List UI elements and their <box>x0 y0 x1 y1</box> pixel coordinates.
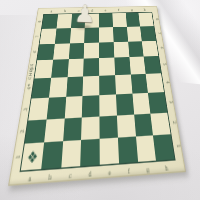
square-e5 <box>99 58 115 76</box>
square-e6 <box>99 42 114 59</box>
square-e4 <box>99 75 116 95</box>
square-d4 <box>83 76 100 96</box>
coord-left-5: 5 <box>29 68 34 71</box>
coord-left-2: 2 <box>19 130 24 134</box>
square-b3 <box>46 97 65 119</box>
coord-top-h: h <box>143 7 146 10</box>
square-f2 <box>117 114 136 138</box>
square-h2 <box>151 112 171 135</box>
coord-top-a: a <box>50 9 53 12</box>
square-f8 <box>112 13 126 27</box>
photo-scene: ❖ ✦ CHESS aa88bb77cc66dd55ee44ff33gg22hh… <box>0 0 200 200</box>
coord-left-4: 4 <box>26 87 31 90</box>
square-f6 <box>113 41 129 57</box>
coord-bottom-h: h <box>164 164 168 171</box>
square-h8 <box>139 13 154 27</box>
square-b2 <box>44 118 64 143</box>
square-c2 <box>63 117 82 142</box>
square-e3 <box>99 94 116 116</box>
coord-left-7: 7 <box>35 35 39 38</box>
coord-right-8: 8 <box>154 18 158 20</box>
coord-top-f: f <box>118 8 119 11</box>
coord-right-2: 2 <box>171 121 176 125</box>
coord-bottom-c: c <box>69 171 72 178</box>
square-c3 <box>64 96 82 118</box>
square-f4 <box>115 75 132 95</box>
chessboard: ❖ ✦ CHESS aa88bb77cc66dd55ee44ff33gg22hh… <box>8 6 186 186</box>
square-h7 <box>140 26 156 41</box>
square-d5 <box>83 58 99 76</box>
square-b1 <box>41 141 63 169</box>
coord-bottom-b: b <box>48 172 52 179</box>
square-b6 <box>53 43 70 60</box>
corner-emblem-icon: ❖ <box>21 142 43 171</box>
coord-right-4: 4 <box>165 81 169 84</box>
coord-left-6: 6 <box>32 51 36 54</box>
square-c6 <box>68 43 84 60</box>
square-b5 <box>51 59 69 77</box>
coord-bottom-e: e <box>108 168 111 175</box>
coord-right-5: 5 <box>162 63 166 66</box>
square-d1 <box>80 139 99 166</box>
square-c4 <box>66 76 83 96</box>
square-d3 <box>82 95 99 117</box>
coord-left-3: 3 <box>22 107 27 111</box>
play-area <box>20 12 176 172</box>
square-f7 <box>113 27 128 42</box>
square-f3 <box>116 93 134 115</box>
square-d7 <box>84 27 99 42</box>
square-h5 <box>144 56 161 74</box>
square-f1 <box>118 137 138 164</box>
square-c1 <box>61 140 81 167</box>
square-e7 <box>99 27 114 42</box>
coord-top-g: g <box>130 8 132 11</box>
coord-left-8: 8 <box>37 20 41 22</box>
coord-bottom-f: f <box>128 167 130 174</box>
coord-bottom-d: d <box>88 169 91 176</box>
coord-bottom-a: a <box>28 174 32 182</box>
coord-right-7: 7 <box>157 32 161 34</box>
white-pawn: ♟ <box>73 0 94 29</box>
square-e2 <box>99 115 117 139</box>
square-b7 <box>55 28 71 43</box>
square-c5 <box>67 59 84 77</box>
square-d2 <box>81 116 99 140</box>
coord-top-e: e <box>104 8 106 11</box>
coord-left-1: 1 <box>14 155 20 160</box>
square-b8 <box>56 14 71 28</box>
coord-right-3: 3 <box>168 100 173 103</box>
square-b4 <box>49 77 67 97</box>
square-h6 <box>142 40 158 56</box>
square-h1 <box>153 135 174 161</box>
coord-right-1: 1 <box>175 144 180 148</box>
square-d6 <box>84 42 99 59</box>
coord-top-b: b <box>64 9 67 12</box>
square-c7 <box>70 28 85 43</box>
square-h4 <box>146 73 164 92</box>
square-e8 <box>99 13 113 27</box>
coord-right-6: 6 <box>159 47 163 50</box>
square-h3 <box>148 92 167 113</box>
square-e1 <box>100 138 119 165</box>
square-f5 <box>114 57 130 75</box>
coord-bottom-g: g <box>146 165 150 172</box>
